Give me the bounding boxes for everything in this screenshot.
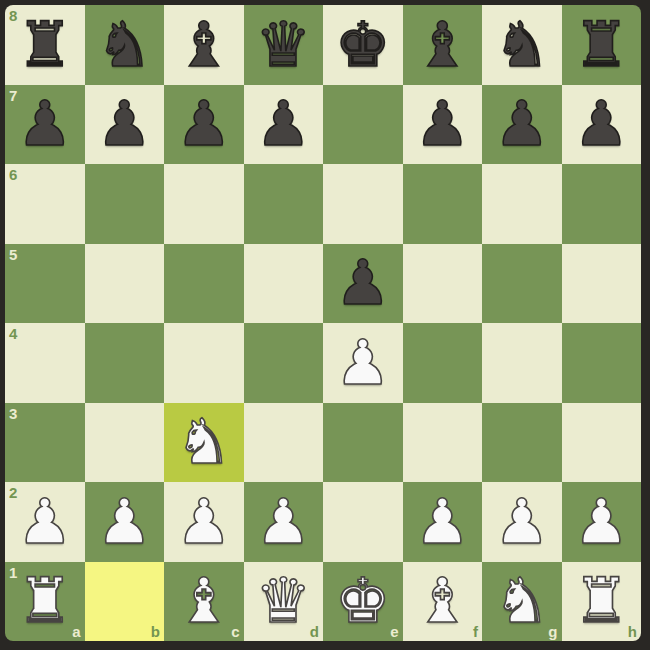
- square-f5[interactable]: [403, 244, 483, 324]
- square-d8[interactable]: ♛: [244, 5, 324, 85]
- square-d1[interactable]: d♛: [244, 562, 324, 642]
- square-e4[interactable]: ♟: [323, 323, 403, 403]
- piece-white-bishop[interactable]: ♝: [403, 562, 483, 642]
- square-b1[interactable]: b: [85, 562, 165, 642]
- square-h5[interactable]: [562, 244, 642, 324]
- piece-white-pawn[interactable]: ♟: [562, 482, 642, 562]
- app-background: 8♜♞♝♛♚♝♞♜7♟♟♟♟♟♟♟65♟4♟3♞2♟♟♟♟♟♟♟1a♜bc♝d♛…: [0, 0, 650, 650]
- piece-white-king[interactable]: ♚: [323, 562, 403, 642]
- square-a5[interactable]: 5: [5, 244, 85, 324]
- square-h2[interactable]: ♟: [562, 482, 642, 562]
- square-b5[interactable]: [85, 244, 165, 324]
- piece-black-pawn[interactable]: ♟: [244, 85, 324, 165]
- piece-black-queen[interactable]: ♛: [244, 5, 324, 85]
- rank-label-5: 5: [9, 247, 17, 262]
- piece-white-rook[interactable]: ♜: [562, 562, 642, 642]
- square-h6[interactable]: [562, 164, 642, 244]
- square-d7[interactable]: ♟: [244, 85, 324, 165]
- piece-black-king[interactable]: ♚: [323, 5, 403, 85]
- square-g5[interactable]: [482, 244, 562, 324]
- square-a6[interactable]: 6: [5, 164, 85, 244]
- piece-white-bishop[interactable]: ♝: [164, 562, 244, 642]
- square-b2[interactable]: ♟: [85, 482, 165, 562]
- piece-white-pawn[interactable]: ♟: [403, 482, 483, 562]
- square-b8[interactable]: ♞: [85, 5, 165, 85]
- square-c1[interactable]: c♝: [164, 562, 244, 642]
- square-d3[interactable]: [244, 403, 324, 483]
- piece-black-pawn[interactable]: ♟: [85, 85, 165, 165]
- square-b4[interactable]: [85, 323, 165, 403]
- piece-white-pawn[interactable]: ♟: [85, 482, 165, 562]
- chess-board: 8♜♞♝♛♚♝♞♜7♟♟♟♟♟♟♟65♟4♟3♞2♟♟♟♟♟♟♟1a♜bc♝d♛…: [5, 5, 641, 641]
- square-h4[interactable]: [562, 323, 642, 403]
- square-b6[interactable]: [85, 164, 165, 244]
- square-f4[interactable]: [403, 323, 483, 403]
- square-g4[interactable]: [482, 323, 562, 403]
- square-f1[interactable]: f♝: [403, 562, 483, 642]
- piece-white-knight[interactable]: ♞: [482, 562, 562, 642]
- square-h3[interactable]: [562, 403, 642, 483]
- square-g2[interactable]: ♟: [482, 482, 562, 562]
- piece-black-pawn[interactable]: ♟: [323, 244, 403, 324]
- square-f6[interactable]: [403, 164, 483, 244]
- square-f8[interactable]: ♝: [403, 5, 483, 85]
- square-a1[interactable]: 1a♜: [5, 562, 85, 642]
- square-d6[interactable]: [244, 164, 324, 244]
- square-e3[interactable]: [323, 403, 403, 483]
- piece-white-pawn[interactable]: ♟: [5, 482, 85, 562]
- piece-black-rook[interactable]: ♜: [5, 5, 85, 85]
- piece-white-knight[interactable]: ♞: [164, 403, 244, 483]
- piece-white-pawn[interactable]: ♟: [482, 482, 562, 562]
- file-label-b: b: [151, 624, 160, 639]
- square-f2[interactable]: ♟: [403, 482, 483, 562]
- square-d4[interactable]: [244, 323, 324, 403]
- square-g6[interactable]: [482, 164, 562, 244]
- piece-black-knight[interactable]: ♞: [85, 5, 165, 85]
- square-c4[interactable]: [164, 323, 244, 403]
- square-c7[interactable]: ♟: [164, 85, 244, 165]
- square-e5[interactable]: ♟: [323, 244, 403, 324]
- rank-label-4: 4: [9, 326, 17, 341]
- square-g3[interactable]: [482, 403, 562, 483]
- square-c3[interactable]: ♞: [164, 403, 244, 483]
- square-a8[interactable]: 8♜: [5, 5, 85, 85]
- piece-black-knight[interactable]: ♞: [482, 5, 562, 85]
- piece-black-bishop[interactable]: ♝: [403, 5, 483, 85]
- piece-black-pawn[interactable]: ♟: [164, 85, 244, 165]
- square-f3[interactable]: [403, 403, 483, 483]
- square-f7[interactable]: ♟: [403, 85, 483, 165]
- square-c5[interactable]: [164, 244, 244, 324]
- piece-black-pawn[interactable]: ♟: [5, 85, 85, 165]
- square-h8[interactable]: ♜: [562, 5, 642, 85]
- piece-white-rook[interactable]: ♜: [5, 562, 85, 642]
- square-a2[interactable]: 2♟: [5, 482, 85, 562]
- square-g1[interactable]: g♞: [482, 562, 562, 642]
- square-d5[interactable]: [244, 244, 324, 324]
- square-e2[interactable]: [323, 482, 403, 562]
- square-h7[interactable]: ♟: [562, 85, 642, 165]
- piece-white-queen[interactable]: ♛: [244, 562, 324, 642]
- piece-white-pawn[interactable]: ♟: [244, 482, 324, 562]
- square-h1[interactable]: h♜: [562, 562, 642, 642]
- piece-white-pawn[interactable]: ♟: [164, 482, 244, 562]
- square-b3[interactable]: [85, 403, 165, 483]
- square-a4[interactable]: 4: [5, 323, 85, 403]
- piece-black-pawn[interactable]: ♟: [403, 85, 483, 165]
- square-a7[interactable]: 7♟: [5, 85, 85, 165]
- square-e8[interactable]: ♚: [323, 5, 403, 85]
- square-a3[interactable]: 3: [5, 403, 85, 483]
- piece-black-pawn[interactable]: ♟: [482, 85, 562, 165]
- square-g8[interactable]: ♞: [482, 5, 562, 85]
- piece-black-pawn[interactable]: ♟: [562, 85, 642, 165]
- rank-label-3: 3: [9, 406, 17, 421]
- piece-black-bishop[interactable]: ♝: [164, 5, 244, 85]
- square-e1[interactable]: e♚: [323, 562, 403, 642]
- square-d2[interactable]: ♟: [244, 482, 324, 562]
- square-b7[interactable]: ♟: [85, 85, 165, 165]
- square-e6[interactable]: [323, 164, 403, 244]
- square-c6[interactable]: [164, 164, 244, 244]
- square-e7[interactable]: [323, 85, 403, 165]
- rank-label-6: 6: [9, 167, 17, 182]
- square-c2[interactable]: ♟: [164, 482, 244, 562]
- piece-white-pawn[interactable]: ♟: [323, 323, 403, 403]
- square-g7[interactable]: ♟: [482, 85, 562, 165]
- square-c8[interactable]: ♝: [164, 5, 244, 85]
- piece-black-rook[interactable]: ♜: [562, 5, 642, 85]
